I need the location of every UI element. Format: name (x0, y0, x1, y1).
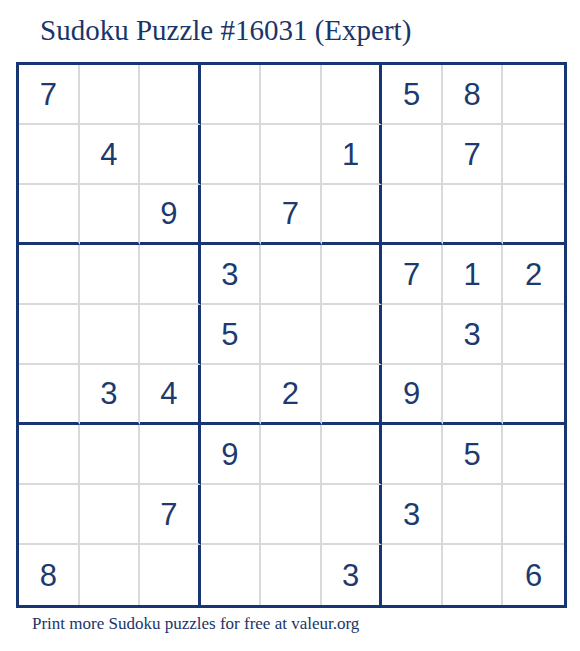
sudoku-cell-r7c9 (503, 425, 564, 485)
sudoku-cell-r1c9 (503, 65, 564, 125)
sudoku-cell-r7c5 (261, 425, 322, 485)
sudoku-cell-r6c7: 9 (382, 365, 443, 425)
sudoku-board: 7584179737125334299573836 (16, 62, 567, 608)
sudoku-cell-r7c2 (80, 425, 141, 485)
sudoku-cell-r3c8 (443, 185, 504, 245)
sudoku-cell-r5c1 (19, 305, 80, 365)
sudoku-cell-r9c1: 8 (19, 545, 80, 605)
sudoku-cell-r9c2 (80, 545, 141, 605)
sudoku-cell-r5c2 (80, 305, 141, 365)
sudoku-cell-r8c9 (503, 485, 564, 545)
sudoku-cell-r8c4 (201, 485, 262, 545)
sudoku-cell-r3c6 (322, 185, 383, 245)
sudoku-cell-r5c9 (503, 305, 564, 365)
sudoku-cell-r5c4: 5 (201, 305, 262, 365)
sudoku-cell-r6c6 (322, 365, 383, 425)
sudoku-cell-r4c1 (19, 245, 80, 305)
sudoku-cell-r2c4 (201, 125, 262, 185)
sudoku-cell-r8c5 (261, 485, 322, 545)
sudoku-cell-r7c1 (19, 425, 80, 485)
sudoku-cell-r5c7 (382, 305, 443, 365)
sudoku-cell-r1c6 (322, 65, 383, 125)
sudoku-cell-r1c4 (201, 65, 262, 125)
sudoku-cell-r2c8: 7 (443, 125, 504, 185)
sudoku-cell-r6c1 (19, 365, 80, 425)
footer-text: Print more Sudoku puzzles for free at va… (32, 614, 359, 634)
sudoku-cell-r6c3: 4 (140, 365, 201, 425)
sudoku-cell-r9c3 (140, 545, 201, 605)
sudoku-cell-r6c5: 2 (261, 365, 322, 425)
sudoku-cell-r1c8: 8 (443, 65, 504, 125)
sudoku-cell-r4c2 (80, 245, 141, 305)
sudoku-cell-r2c3 (140, 125, 201, 185)
sudoku-cell-r7c3 (140, 425, 201, 485)
sudoku-cell-r8c1 (19, 485, 80, 545)
sudoku-cell-r1c5 (261, 65, 322, 125)
sudoku-cell-r2c2: 4 (80, 125, 141, 185)
sudoku-cell-r3c5: 7 (261, 185, 322, 245)
sudoku-cell-r2c1 (19, 125, 80, 185)
sudoku-cell-r4c4: 3 (201, 245, 262, 305)
sudoku-cell-r1c3 (140, 65, 201, 125)
sudoku-cell-r3c2 (80, 185, 141, 245)
sudoku-cell-r9c6: 3 (322, 545, 383, 605)
sudoku-cell-r4c3 (140, 245, 201, 305)
sudoku-cell-r3c3: 9 (140, 185, 201, 245)
sudoku-cell-r1c1: 7 (19, 65, 80, 125)
sudoku-cell-r8c2 (80, 485, 141, 545)
sudoku-cell-r7c8: 5 (443, 425, 504, 485)
sudoku-cell-r1c2 (80, 65, 141, 125)
sudoku-cell-r3c4 (201, 185, 262, 245)
sudoku-page: Sudoku Puzzle #16031 (Expert) 7584179737… (0, 0, 580, 651)
sudoku-cell-r2c7 (382, 125, 443, 185)
sudoku-cell-r7c6 (322, 425, 383, 485)
sudoku-cell-r5c5 (261, 305, 322, 365)
sudoku-cell-r5c3 (140, 305, 201, 365)
sudoku-cell-r9c8 (443, 545, 504, 605)
sudoku-cell-r9c9: 6 (503, 545, 564, 605)
sudoku-cell-r8c8 (443, 485, 504, 545)
sudoku-cell-r4c9: 2 (503, 245, 564, 305)
sudoku-cell-r4c7: 7 (382, 245, 443, 305)
sudoku-cell-r2c9 (503, 125, 564, 185)
sudoku-cell-r7c7 (382, 425, 443, 485)
sudoku-cell-r9c4 (201, 545, 262, 605)
sudoku-cell-r8c3: 7 (140, 485, 201, 545)
sudoku-cell-r8c7: 3 (382, 485, 443, 545)
sudoku-cell-r9c5 (261, 545, 322, 605)
sudoku-cell-r1c7: 5 (382, 65, 443, 125)
sudoku-cell-r6c4 (201, 365, 262, 425)
sudoku-cell-r6c2: 3 (80, 365, 141, 425)
sudoku-cell-r3c9 (503, 185, 564, 245)
sudoku-cell-r3c7 (382, 185, 443, 245)
page-title: Sudoku Puzzle #16031 (Expert) (40, 14, 411, 47)
sudoku-cell-r6c9 (503, 365, 564, 425)
sudoku-cell-r3c1 (19, 185, 80, 245)
sudoku-cell-r4c5 (261, 245, 322, 305)
sudoku-cell-r5c8: 3 (443, 305, 504, 365)
sudoku-cell-r5c6 (322, 305, 383, 365)
sudoku-cell-r2c5 (261, 125, 322, 185)
sudoku-cell-r2c6: 1 (322, 125, 383, 185)
sudoku-cell-r6c8 (443, 365, 504, 425)
sudoku-cell-r8c6 (322, 485, 383, 545)
sudoku-cell-r9c7 (382, 545, 443, 605)
sudoku-cell-r7c4: 9 (201, 425, 262, 485)
sudoku-cell-r4c6 (322, 245, 383, 305)
sudoku-cell-r4c8: 1 (443, 245, 504, 305)
